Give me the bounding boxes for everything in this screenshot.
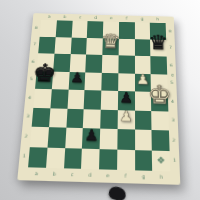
square-g2[interactable] bbox=[135, 130, 153, 151]
square-e4[interactable] bbox=[101, 91, 118, 110]
square-d5[interactable] bbox=[85, 72, 102, 91]
rank-label-7: 7 bbox=[33, 36, 37, 53]
square-c3[interactable] bbox=[66, 108, 84, 128]
square-e3[interactable] bbox=[100, 109, 117, 129]
square-a2[interactable] bbox=[30, 127, 49, 147]
square-e6[interactable] bbox=[102, 55, 119, 73]
square-b8[interactable] bbox=[55, 20, 72, 37]
file-label-d: d bbox=[81, 173, 99, 178]
square-a5[interactable]: ♚ bbox=[35, 71, 53, 89]
file-label-h: h bbox=[152, 175, 170, 180]
piece-black-pawn[interactable]: ♟ bbox=[84, 128, 98, 144]
file-label-a: a bbox=[27, 172, 45, 177]
square-b1[interactable] bbox=[46, 147, 65, 168]
square-f8[interactable] bbox=[119, 22, 135, 39]
file-label-e: e bbox=[99, 174, 117, 179]
file-label-g: g bbox=[135, 175, 153, 180]
square-d1[interactable] bbox=[81, 148, 99, 169]
square-b7[interactable] bbox=[54, 37, 71, 54]
square-a7[interactable] bbox=[38, 36, 55, 53]
photo-background: abcdefgh abcdefgh 87654321 87654321 ♛♛♚♟… bbox=[0, 0, 200, 200]
square-f3[interactable]: ♟ bbox=[117, 110, 134, 130]
square-h1[interactable]: ❖ bbox=[152, 150, 170, 171]
piece-black-king[interactable]: ♚ bbox=[32, 60, 58, 85]
piece-white-queen[interactable]: ♛ bbox=[101, 32, 121, 52]
rank-label-7: 7 bbox=[169, 40, 172, 57]
rank-label-1: 1 bbox=[22, 146, 27, 167]
square-f6[interactable] bbox=[118, 55, 134, 73]
file-label-e: e bbox=[103, 16, 119, 20]
piece-black-queen[interactable]: ♛ bbox=[148, 33, 168, 53]
file-label-a: a bbox=[41, 15, 57, 19]
square-d2[interactable]: ♟ bbox=[82, 128, 100, 148]
square-d4[interactable] bbox=[84, 90, 101, 109]
square-c2[interactable] bbox=[65, 128, 83, 148]
square-e2[interactable] bbox=[100, 129, 118, 150]
file-label-c: c bbox=[63, 173, 81, 178]
square-h7[interactable]: ♛ bbox=[150, 39, 166, 56]
file-labels-bottom: abcdefgh bbox=[27, 171, 170, 183]
board-corner-logo-icon: ❖ bbox=[157, 155, 166, 166]
file-label-h: h bbox=[150, 18, 166, 22]
square-d6[interactable] bbox=[86, 55, 103, 73]
file-label-g: g bbox=[134, 17, 150, 21]
square-c8[interactable] bbox=[71, 21, 88, 38]
square-a4[interactable] bbox=[33, 89, 51, 108]
board-grid: ♛♛♚♟♟♟♚♟♟❖ bbox=[28, 20, 170, 171]
rank-label-2: 2 bbox=[172, 131, 176, 151]
rank-label-8: 8 bbox=[168, 23, 171, 40]
square-a3[interactable] bbox=[32, 107, 51, 127]
file-label-f: f bbox=[119, 17, 135, 21]
square-f7[interactable] bbox=[118, 38, 134, 55]
square-f1[interactable] bbox=[117, 149, 135, 170]
brand-mark: © bbox=[170, 73, 175, 78]
square-a1[interactable] bbox=[28, 147, 47, 168]
piece-white-pawn[interactable]: ♟ bbox=[119, 109, 133, 124]
rank-label-3: 3 bbox=[26, 107, 31, 126]
rank-label-1: 1 bbox=[173, 151, 177, 172]
rank-label-8: 8 bbox=[34, 20, 38, 36]
square-g1[interactable] bbox=[135, 150, 153, 171]
square-h6[interactable] bbox=[151, 56, 168, 74]
file-label-b: b bbox=[45, 172, 63, 177]
square-e5[interactable] bbox=[101, 72, 118, 91]
square-b3[interactable] bbox=[49, 108, 67, 128]
stray-black-piece-object bbox=[108, 185, 128, 200]
file-label-d: d bbox=[88, 16, 104, 20]
square-b4[interactable] bbox=[50, 89, 68, 108]
square-e7[interactable]: ♛ bbox=[102, 38, 118, 55]
square-h3[interactable] bbox=[151, 111, 169, 131]
square-c5[interactable]: ♟ bbox=[68, 72, 85, 91]
piece-white-king[interactable]: ♚ bbox=[147, 81, 172, 107]
square-a8[interactable] bbox=[40, 20, 57, 37]
square-c7[interactable] bbox=[70, 37, 87, 54]
rank-label-4: 4 bbox=[27, 89, 32, 108]
square-b2[interactable] bbox=[47, 127, 66, 147]
square-h2[interactable] bbox=[152, 130, 170, 151]
square-f2[interactable] bbox=[117, 129, 134, 150]
square-h4[interactable]: ♚ bbox=[151, 92, 168, 111]
rank-label-2: 2 bbox=[24, 127, 29, 147]
square-c4[interactable] bbox=[67, 90, 85, 109]
file-label-c: c bbox=[72, 16, 88, 20]
square-c1[interactable] bbox=[63, 148, 82, 169]
piece-black-pawn[interactable]: ♟ bbox=[70, 71, 84, 85]
rank-label-6: 6 bbox=[170, 57, 173, 75]
rank-label-3: 3 bbox=[171, 111, 175, 130]
piece-black-pawn[interactable]: ♟ bbox=[119, 91, 133, 106]
square-g3[interactable] bbox=[135, 110, 152, 130]
chess-board: abcdefgh abcdefgh 87654321 87654321 ♛♛♚♟… bbox=[17, 13, 180, 185]
file-label-f: f bbox=[117, 174, 135, 179]
file-label-b: b bbox=[57, 15, 73, 19]
square-e1[interactable] bbox=[99, 149, 117, 170]
